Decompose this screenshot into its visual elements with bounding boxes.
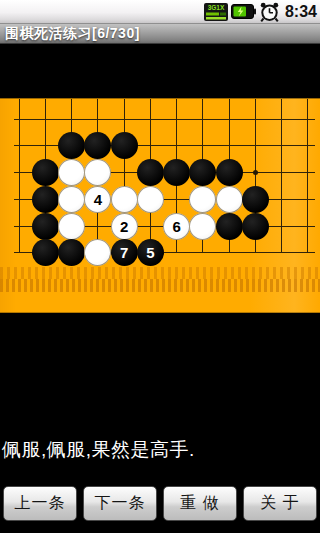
feedback-text: 佩服,佩服,果然是高手.	[2, 438, 318, 461]
grid-line	[307, 99, 308, 253]
next-problem-button[interactable]: 下一条	[83, 486, 157, 521]
stone-black[interactable]: 7	[111, 239, 138, 266]
button-bar: 上一条 下一条 重 做 关 于	[0, 486, 320, 522]
grid-line	[14, 119, 315, 120]
stone-black[interactable]	[58, 132, 85, 159]
stone-black[interactable]	[32, 186, 59, 213]
stone-white[interactable]: 2	[111, 213, 138, 240]
stone-black[interactable]	[111, 132, 138, 159]
stone-white[interactable]	[111, 186, 138, 213]
stone-white[interactable]	[58, 213, 85, 240]
move-number-label: 5	[146, 245, 154, 260]
about-button[interactable]: 关 于	[243, 486, 317, 521]
stone-white[interactable]	[84, 239, 111, 266]
stone-black[interactable]	[32, 213, 59, 240]
stone-black[interactable]	[216, 159, 243, 186]
alarm-clock-icon	[259, 2, 280, 22]
stone-black[interactable]	[242, 186, 269, 213]
stone-white[interactable]	[58, 159, 85, 186]
title-bar: 围棋死活练习[6/730]	[0, 24, 320, 44]
3g1x-signal-icon: 3G1X	[204, 3, 228, 21]
stone-black[interactable]	[242, 213, 269, 240]
board-edge-texture	[0, 279, 320, 292]
battery-charging-icon	[231, 4, 256, 19]
stone-white[interactable]: 4	[84, 186, 111, 213]
prev-problem-button[interactable]: 上一条	[3, 486, 77, 521]
grid-line	[281, 99, 282, 253]
stone-white[interactable]	[189, 213, 216, 240]
move-number-label: 4	[94, 192, 102, 207]
go-board[interactable]: 42675	[0, 98, 320, 313]
stone-black[interactable]	[32, 159, 59, 186]
phone-screen: 3G1X 8:34 围棋死活练习[6/730] 42675 佩服,佩服,果然是高	[0, 0, 320, 533]
redo-button[interactable]: 重 做	[163, 486, 237, 521]
stone-black[interactable]: 5	[137, 239, 164, 266]
move-number-label: 6	[172, 219, 180, 234]
stone-white[interactable]	[137, 186, 164, 213]
stone-black[interactable]	[58, 239, 85, 266]
status-bar: 3G1X 8:34	[0, 0, 320, 24]
stone-white[interactable]: 6	[163, 213, 190, 240]
stone-black[interactable]	[137, 159, 164, 186]
board-edge-texture	[0, 267, 320, 279]
stone-white[interactable]	[189, 186, 216, 213]
stone-white[interactable]	[58, 186, 85, 213]
move-number-label: 7	[120, 245, 128, 260]
stone-white[interactable]	[216, 186, 243, 213]
move-number-label: 2	[120, 219, 128, 234]
grid-line	[19, 99, 20, 253]
star-point	[253, 170, 258, 175]
stone-black[interactable]	[189, 159, 216, 186]
stone-black[interactable]	[84, 132, 111, 159]
stone-white[interactable]	[84, 159, 111, 186]
app-title: 围棋死活练习[6/730]	[0, 25, 140, 43]
stone-black[interactable]	[32, 239, 59, 266]
svg-text:3G1X: 3G1X	[208, 4, 225, 11]
stone-black[interactable]	[163, 159, 190, 186]
stone-black[interactable]	[216, 213, 243, 240]
clock-time: 8:34	[285, 3, 317, 21]
